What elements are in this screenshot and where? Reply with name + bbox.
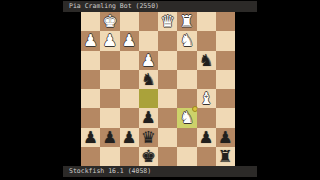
square-d1[interactable]: ♛ xyxy=(158,12,177,31)
square-e1[interactable] xyxy=(139,12,158,31)
piece-bQ-e7[interactable]: ♛ xyxy=(139,128,158,147)
square-h6[interactable] xyxy=(81,108,100,127)
square-d5[interactable] xyxy=(158,89,177,108)
square-d3[interactable] xyxy=(158,51,177,70)
square-e8[interactable]: ♚ xyxy=(139,147,158,166)
square-g1[interactable]: ♚ xyxy=(100,12,119,31)
square-a6[interactable] xyxy=(216,108,235,127)
piece-bP-h7[interactable]: ♟ xyxy=(81,128,100,147)
piece-bN-e4[interactable]: ♞ xyxy=(139,70,158,89)
square-f6[interactable] xyxy=(120,108,139,127)
square-f7[interactable]: ♟ xyxy=(120,128,139,147)
square-f3[interactable] xyxy=(120,51,139,70)
piece-bP-f7[interactable]: ♟ xyxy=(120,128,139,147)
square-b6[interactable] xyxy=(197,108,216,127)
square-a3[interactable] xyxy=(216,51,235,70)
piece-wP-e3[interactable]: ♟ xyxy=(139,51,158,70)
piece-wP-g2[interactable]: ♟ xyxy=(100,31,119,50)
player-top-label: Pia Cramling Bot (2550) xyxy=(63,1,159,12)
square-c7[interactable] xyxy=(177,128,196,147)
square-b1[interactable] xyxy=(197,12,216,31)
square-b8[interactable] xyxy=(197,147,216,166)
player-bottom-label: Stockfish 16.1 (4058) xyxy=(63,166,151,177)
square-g4[interactable] xyxy=(100,70,119,89)
piece-bP-g7[interactable]: ♟ xyxy=(100,128,119,147)
square-c4[interactable] xyxy=(177,70,196,89)
square-h1[interactable] xyxy=(81,12,100,31)
square-d2[interactable] xyxy=(158,31,177,50)
piece-wR-c1[interactable]: ♜ xyxy=(177,12,196,31)
piece-bN-b3[interactable]: ♞ xyxy=(197,51,216,70)
piece-bP-a7[interactable]: ♟ xyxy=(216,128,235,147)
square-b7[interactable]: ♟ xyxy=(197,128,216,147)
square-d8[interactable] xyxy=(158,147,177,166)
piece-bR-a8[interactable]: ♜ xyxy=(216,147,235,166)
square-d7[interactable] xyxy=(158,128,177,147)
piece-bK-e8[interactable]: ♚ xyxy=(139,147,158,166)
square-f1[interactable] xyxy=(120,12,139,31)
square-h3[interactable] xyxy=(81,51,100,70)
square-h8[interactable] xyxy=(81,147,100,166)
square-h7[interactable]: ♟ xyxy=(81,128,100,147)
square-c6[interactable]: ♞ xyxy=(177,108,196,127)
piece-bP-e6[interactable]: ♟ xyxy=(139,108,158,127)
square-e3[interactable]: ♟ xyxy=(139,51,158,70)
square-e6[interactable]: ♟ xyxy=(139,108,158,127)
square-c3[interactable] xyxy=(177,51,196,70)
square-a2[interactable] xyxy=(216,31,235,50)
square-f4[interactable] xyxy=(120,70,139,89)
square-c1[interactable]: ♜ xyxy=(177,12,196,31)
square-e7[interactable]: ♛ xyxy=(139,128,158,147)
piece-wB-b5[interactable]: ♝ xyxy=(197,89,216,108)
square-a4[interactable] xyxy=(216,70,235,89)
square-g3[interactable] xyxy=(100,51,119,70)
square-h4[interactable] xyxy=(81,70,100,89)
square-a8[interactable]: ♜ xyxy=(216,147,235,166)
piece-wK-g1[interactable]: ♚ xyxy=(100,12,119,31)
square-d4[interactable] xyxy=(158,70,177,89)
square-e4[interactable]: ♞ xyxy=(139,70,158,89)
piece-wQ-d1[interactable]: ♛ xyxy=(158,12,177,31)
square-c2[interactable]: ♞ xyxy=(177,31,196,50)
square-e5[interactable] xyxy=(139,89,158,108)
piece-bP-b7[interactable]: ♟ xyxy=(197,128,216,147)
square-b5[interactable]: ♝ xyxy=(197,89,216,108)
square-a5[interactable] xyxy=(216,89,235,108)
square-g5[interactable] xyxy=(100,89,119,108)
square-a7[interactable]: ♟ xyxy=(216,128,235,147)
square-g6[interactable] xyxy=(100,108,119,127)
square-g8[interactable] xyxy=(100,147,119,166)
square-f8[interactable] xyxy=(120,147,139,166)
square-c8[interactable] xyxy=(177,147,196,166)
square-g2[interactable]: ♟ xyxy=(100,31,119,50)
square-e2[interactable] xyxy=(139,31,158,50)
player-bottom-bar: Stockfish 16.1 (4058) xyxy=(63,166,257,177)
square-f2[interactable]: ♟ xyxy=(120,31,139,50)
piece-wN-c2[interactable]: ♞ xyxy=(177,31,196,50)
square-b4[interactable] xyxy=(197,70,216,89)
square-b3[interactable]: ♞ xyxy=(197,51,216,70)
square-f5[interactable] xyxy=(120,89,139,108)
square-h5[interactable] xyxy=(81,89,100,108)
square-g7[interactable]: ♟ xyxy=(100,128,119,147)
app-frame: Pia Cramling Bot (2550) ♚♛♜♟♟♟♞♟♞♞♝♟♞♟♟♟… xyxy=(0,0,320,180)
square-b2[interactable] xyxy=(197,31,216,50)
player-top-bar: Pia Cramling Bot (2550) xyxy=(63,1,257,12)
square-h2[interactable]: ♟ xyxy=(81,31,100,50)
square-a1[interactable] xyxy=(216,12,235,31)
square-d6[interactable] xyxy=(158,108,177,127)
piece-wP-f2[interactable]: ♟ xyxy=(120,31,139,50)
chess-board: ♚♛♜♟♟♟♞♟♞♞♝♟♞♟♟♟♛♟♟♚♜ xyxy=(81,12,235,166)
piece-wP-h2[interactable]: ♟ xyxy=(81,31,100,50)
